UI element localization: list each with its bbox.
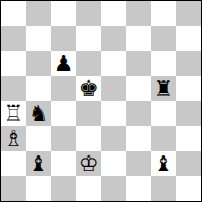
square-a8[interactable] <box>1 1 26 26</box>
square-f1[interactable] <box>126 176 151 201</box>
square-c7[interactable] <box>51 26 76 51</box>
square-g8[interactable] <box>151 1 176 26</box>
square-b2[interactable]: ♝ <box>26 151 51 176</box>
square-g7[interactable] <box>151 26 176 51</box>
square-c2[interactable] <box>51 151 76 176</box>
chess-board: ♟♚♜♖♞♗♝♔♝ <box>0 0 202 202</box>
square-c8[interactable] <box>51 1 76 26</box>
square-h8[interactable] <box>176 1 201 26</box>
square-e5[interactable] <box>101 76 126 101</box>
square-f8[interactable] <box>126 1 151 26</box>
square-f5[interactable] <box>126 76 151 101</box>
square-c5[interactable] <box>51 76 76 101</box>
square-d4[interactable] <box>76 101 101 126</box>
piece-black-pawn: ♟ <box>54 51 74 76</box>
piece-white-rook: ♖ <box>4 101 24 126</box>
square-e2[interactable] <box>101 151 126 176</box>
square-b7[interactable] <box>26 26 51 51</box>
square-a4[interactable]: ♖ <box>1 101 26 126</box>
square-h5[interactable] <box>176 76 201 101</box>
square-b6[interactable] <box>26 51 51 76</box>
square-d3[interactable] <box>76 126 101 151</box>
chess-diagram: ♟♚♜♖♞♗♝♔♝ <box>0 0 202 202</box>
square-c3[interactable] <box>51 126 76 151</box>
square-h3[interactable] <box>176 126 201 151</box>
square-a3[interactable]: ♗ <box>1 126 26 151</box>
square-g6[interactable] <box>151 51 176 76</box>
piece-black-bishop: ♝ <box>154 151 174 176</box>
square-f7[interactable] <box>126 26 151 51</box>
square-d1[interactable] <box>76 176 101 201</box>
square-h4[interactable] <box>176 101 201 126</box>
square-d6[interactable] <box>76 51 101 76</box>
square-g1[interactable] <box>151 176 176 201</box>
square-h7[interactable] <box>176 26 201 51</box>
square-h1[interactable] <box>176 176 201 201</box>
square-d8[interactable] <box>76 1 101 26</box>
square-a6[interactable] <box>1 51 26 76</box>
piece-black-rook: ♜ <box>154 76 174 101</box>
square-c4[interactable] <box>51 101 76 126</box>
square-c6[interactable]: ♟ <box>51 51 76 76</box>
square-f6[interactable] <box>126 51 151 76</box>
square-e7[interactable] <box>101 26 126 51</box>
square-a2[interactable] <box>1 151 26 176</box>
piece-white-king: ♔ <box>79 151 99 176</box>
square-e8[interactable] <box>101 1 126 26</box>
square-a5[interactable] <box>1 76 26 101</box>
piece-black-king: ♚ <box>79 76 99 101</box>
square-b3[interactable] <box>26 126 51 151</box>
square-f2[interactable] <box>126 151 151 176</box>
square-d7[interactable] <box>76 26 101 51</box>
square-b1[interactable] <box>26 176 51 201</box>
square-e6[interactable] <box>101 51 126 76</box>
square-e1[interactable] <box>101 176 126 201</box>
square-e4[interactable] <box>101 101 126 126</box>
square-f3[interactable] <box>126 126 151 151</box>
square-a1[interactable] <box>1 176 26 201</box>
piece-black-bishop: ♝ <box>29 151 49 176</box>
square-b8[interactable] <box>26 1 51 26</box>
square-e3[interactable] <box>101 126 126 151</box>
square-h2[interactable] <box>176 151 201 176</box>
square-b5[interactable] <box>26 76 51 101</box>
square-b4[interactable]: ♞ <box>26 101 51 126</box>
piece-white-bishop: ♗ <box>4 126 24 151</box>
square-g4[interactable] <box>151 101 176 126</box>
square-h6[interactable] <box>176 51 201 76</box>
square-d5[interactable]: ♚ <box>76 76 101 101</box>
square-c1[interactable] <box>51 176 76 201</box>
square-a7[interactable] <box>1 26 26 51</box>
square-g5[interactable]: ♜ <box>151 76 176 101</box>
square-g2[interactable]: ♝ <box>151 151 176 176</box>
square-g3[interactable] <box>151 126 176 151</box>
piece-black-knight: ♞ <box>29 101 49 126</box>
square-f4[interactable] <box>126 101 151 126</box>
square-d2[interactable]: ♔ <box>76 151 101 176</box>
